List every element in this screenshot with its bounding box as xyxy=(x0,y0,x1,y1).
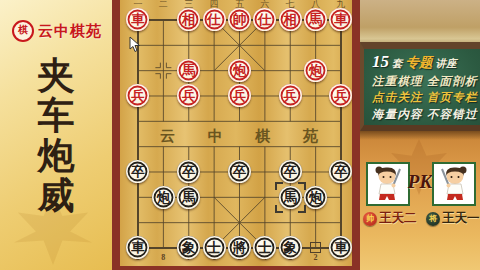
title-char: 炮 xyxy=(0,136,112,176)
right-info-panel: 15套专题讲座注重棋理 全面剖析点击关注 首页专栏海量内容 不容错过 PK xyxy=(360,0,480,270)
xiangqi-piece-black-卒[interactable]: 卒 xyxy=(177,160,200,183)
avatar-right xyxy=(432,162,476,206)
xiangqi-piece-black-將[interactable]: 將 xyxy=(228,236,251,259)
piece-face: 炮 xyxy=(304,59,327,82)
xiangqi-piece-red-帥[interactable]: 帥 xyxy=(228,8,251,31)
xiangqi-piece-black-馬[interactable]: 馬 xyxy=(177,186,200,209)
xiangqi-piece-red-馬[interactable]: 馬 xyxy=(304,8,327,31)
piece-face: 象 xyxy=(177,236,200,259)
xiangqi-piece-red-仕[interactable]: 仕 xyxy=(203,8,226,31)
xiangqi-piece-black-卒[interactable]: 卒 xyxy=(329,160,352,183)
piece-face: 車 xyxy=(329,8,352,31)
pk-label: PK xyxy=(406,171,434,193)
xiangqi-piece-red-相[interactable]: 相 xyxy=(279,8,302,31)
chalkboard-text: 海量内容 不容错过 xyxy=(372,107,478,122)
piece-face: 車 xyxy=(126,236,149,259)
piece-face: 士 xyxy=(253,236,276,259)
chalkboard-text: 套 xyxy=(392,57,403,71)
chalkboard-line: 注重棋理 全面剖析 xyxy=(372,74,480,89)
piece-face: 將 xyxy=(228,236,251,259)
left-title-panel: 棋 云中棋苑 夹 车 炮 威 xyxy=(0,0,112,270)
chalkboard-text: 专题 xyxy=(406,54,433,72)
xiangqi-piece-black-車[interactable]: 車 xyxy=(329,236,352,259)
xiangqi-piece-black-卒[interactable]: 卒 xyxy=(228,160,251,183)
video-thumbnail: 棋 云中棋苑 夹 车 炮 威 一二三四五六七八九 云中棋苑 987654321 … xyxy=(0,0,480,270)
xiangqi-piece-black-車[interactable]: 車 xyxy=(126,236,149,259)
black-king-badge-icon: 将 xyxy=(426,212,440,226)
chalkboard-shadow xyxy=(360,131,480,140)
xiangqi-piece-black-士[interactable]: 士 xyxy=(203,236,226,259)
brand-row: 棋 云中棋苑 xyxy=(12,20,102,42)
mouse-cursor xyxy=(129,36,141,53)
title-char: 夹 xyxy=(0,56,112,96)
piece-face: 仕 xyxy=(253,8,276,31)
piece-face: 炮 xyxy=(304,186,327,209)
xiangqi-board-frame: 一二三四五六七八九 云中棋苑 987654321 車相仕帥仕相馬車馬炮炮兵兵兵兵… xyxy=(112,0,360,270)
xiangqi-piece-red-兵[interactable]: 兵 xyxy=(126,84,149,107)
piece-face: 炮 xyxy=(228,59,251,82)
piece-face: 兵 xyxy=(228,84,251,107)
xiangqi-piece-red-車[interactable]: 車 xyxy=(329,8,352,31)
chalkboard: 15套专题讲座注重棋理 全面剖析点击关注 首页专栏海量内容 不容错过 xyxy=(360,42,480,131)
xiangqi-piece-black-卒[interactable]: 卒 xyxy=(126,160,149,183)
piece-face: 卒 xyxy=(228,160,251,183)
chalkboard-text: 注重棋理 全面剖析 xyxy=(372,74,478,89)
chalkboard-text: 点击关注 首页专栏 xyxy=(372,90,478,105)
piece-face: 馬 xyxy=(304,8,327,31)
player-right-name: 王天一 xyxy=(442,210,480,227)
chalkboard-line: 点击关注 首页专栏 xyxy=(372,90,480,105)
chalkboard-line: 15套专题讲座 xyxy=(372,52,480,72)
brand-name: 云中棋苑 xyxy=(38,22,102,41)
swordsman-avatar-icon xyxy=(368,164,408,204)
xiangqi-piece-red-炮[interactable]: 炮 xyxy=(228,59,251,82)
xiangqi-piece-black-馬[interactable]: 馬 xyxy=(279,186,302,209)
piece-face: 炮 xyxy=(152,186,175,209)
swordsman-avatar-icon xyxy=(434,164,474,204)
xiangqi-piece-red-馬[interactable]: 馬 xyxy=(177,59,200,82)
red-king-badge-icon: 帅 xyxy=(363,212,377,226)
xiangqi-piece-red-兵[interactable]: 兵 xyxy=(279,84,302,107)
title-char: 威 xyxy=(0,176,112,216)
player-left: 帅 王天二 xyxy=(363,210,417,227)
xiangqi-piece-red-兵[interactable]: 兵 xyxy=(329,84,352,107)
piece-face: 車 xyxy=(126,8,149,31)
pieces-layer: 車相仕帥仕相馬車馬炮炮兵兵兵兵兵卒卒卒卒卒炮馬馬炮車象士將士象車 xyxy=(125,7,353,260)
piece-face: 仕 xyxy=(203,8,226,31)
piece-face: 卒 xyxy=(279,160,302,183)
piece-face: 馬 xyxy=(177,59,200,82)
piece-face: 象 xyxy=(279,236,302,259)
xiangqi-piece-red-車[interactable]: 車 xyxy=(126,8,149,31)
xiangqi-piece-black-士[interactable]: 士 xyxy=(253,236,276,259)
xiangqi-piece-black-象[interactable]: 象 xyxy=(279,236,302,259)
xiangqi-piece-red-兵[interactable]: 兵 xyxy=(228,84,251,107)
piece-face: 卒 xyxy=(329,160,352,183)
piece-face: 兵 xyxy=(126,84,149,107)
chalkboard-text: 讲座 xyxy=(436,57,457,71)
piece-face: 兵 xyxy=(329,84,352,107)
piece-face: 帥 xyxy=(228,8,251,31)
piece-face: 兵 xyxy=(279,84,302,107)
title-char: 车 xyxy=(0,96,112,136)
xiangqi-piece-black-卒[interactable]: 卒 xyxy=(279,160,302,183)
xiangqi-piece-red-兵[interactable]: 兵 xyxy=(177,84,200,107)
avatar-left xyxy=(366,162,410,206)
piece-face: 車 xyxy=(329,236,352,259)
brand-seal-icon: 棋 xyxy=(12,20,34,42)
player-right: 将 王天一 xyxy=(426,210,480,227)
last-move-origin-marker xyxy=(310,242,321,253)
piece-face: 士 xyxy=(203,236,226,259)
chalkboard-line: 海量内容 不容错过 xyxy=(372,107,480,122)
xiangqi-piece-red-仕[interactable]: 仕 xyxy=(253,8,276,31)
chalkboard-text: 15 xyxy=(372,52,389,72)
piece-face: 兵 xyxy=(177,84,200,107)
piece-face: 馬 xyxy=(177,186,200,209)
xiangqi-piece-red-炮[interactable]: 炮 xyxy=(304,59,327,82)
panel-top-band xyxy=(360,0,480,42)
piece-face: 相 xyxy=(177,8,200,31)
piece-face: 馬 xyxy=(279,186,302,209)
episode-title-vertical: 夹 车 炮 威 xyxy=(0,56,112,216)
xiangqi-piece-black-炮[interactable]: 炮 xyxy=(304,186,327,209)
piece-face: 卒 xyxy=(177,160,200,183)
vs-area: PK 帅 王天二 将 王天一 xyxy=(360,131,480,270)
piece-face: 相 xyxy=(279,8,302,31)
piece-face: 卒 xyxy=(126,160,149,183)
xiangqi-piece-red-相[interactable]: 相 xyxy=(177,8,200,31)
xiangqi-piece-black-炮[interactable]: 炮 xyxy=(152,186,175,209)
xiangqi-board[interactable]: 一二三四五六七八九 云中棋苑 987654321 車相仕帥仕相馬車馬炮炮兵兵兵兵… xyxy=(120,0,352,266)
player-left-name: 王天二 xyxy=(379,210,417,227)
xiangqi-piece-black-象[interactable]: 象 xyxy=(177,236,200,259)
